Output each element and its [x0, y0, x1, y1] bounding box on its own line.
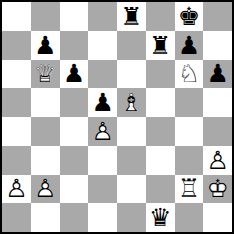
- square-b1[interactable]: [31, 203, 60, 232]
- black-pawn-piece[interactable]: ♟: [203, 60, 232, 89]
- square-b6[interactable]: ♛♕: [31, 60, 60, 89]
- square-h3[interactable]: ♟♙: [203, 146, 232, 175]
- square-h1[interactable]: [203, 203, 232, 232]
- white-piece-outline-layer: ♘: [175, 60, 204, 89]
- square-a1[interactable]: [2, 203, 31, 232]
- chess-board: ♜♚♟♜♟♛♕♟♞♘♟♟♝♗♟♙♟♙♟♙♟♙♜♖♚♔♛: [0, 0, 234, 234]
- square-h4[interactable]: [203, 117, 232, 146]
- white-piece-outline-layer: ♗: [117, 88, 146, 117]
- square-b3[interactable]: [31, 146, 60, 175]
- square-g4[interactable]: [175, 117, 204, 146]
- square-a8[interactable]: [2, 2, 31, 31]
- square-b2[interactable]: ♟♙: [31, 175, 60, 204]
- square-h5[interactable]: [203, 88, 232, 117]
- white-pawn-piece[interactable]: ♟♙: [88, 117, 117, 146]
- square-b7[interactable]: ♟: [31, 31, 60, 60]
- black-queen-piece[interactable]: ♛: [146, 203, 175, 232]
- square-e7[interactable]: [117, 31, 146, 60]
- square-d6[interactable]: [88, 60, 117, 89]
- white-rook-piece[interactable]: ♜♖: [175, 175, 204, 204]
- square-c6[interactable]: ♟: [60, 60, 89, 89]
- white-king-piece[interactable]: ♚♔: [203, 175, 232, 204]
- square-e1[interactable]: [117, 203, 146, 232]
- white-pawn-piece[interactable]: ♟♙: [2, 175, 31, 204]
- white-bishop-piece[interactable]: ♝♗: [117, 88, 146, 117]
- square-e8[interactable]: ♜: [117, 2, 146, 31]
- square-g5[interactable]: [175, 88, 204, 117]
- square-a7[interactable]: [2, 31, 31, 60]
- white-piece-outline-layer: ♕: [31, 60, 60, 89]
- white-piece-outline-layer: ♙: [88, 117, 117, 146]
- square-f5[interactable]: [146, 88, 175, 117]
- square-f7[interactable]: ♜: [146, 31, 175, 60]
- white-piece-outline-layer: ♖: [175, 175, 204, 204]
- square-h2[interactable]: ♚♔: [203, 175, 232, 204]
- white-pawn-piece[interactable]: ♟♙: [203, 146, 232, 175]
- square-f3[interactable]: [146, 146, 175, 175]
- chess-diagram: ♜♚♟♜♟♛♕♟♞♘♟♟♝♗♟♙♟♙♟♙♟♙♜♖♚♔♛: [0, 0, 234, 234]
- square-g7[interactable]: ♟: [175, 31, 204, 60]
- square-f8[interactable]: [146, 2, 175, 31]
- square-e4[interactable]: [117, 117, 146, 146]
- square-a3[interactable]: [2, 146, 31, 175]
- white-piece-outline-layer: ♔: [203, 175, 232, 204]
- black-pawn-piece[interactable]: ♟: [60, 60, 89, 89]
- square-c4[interactable]: [60, 117, 89, 146]
- square-b5[interactable]: [31, 88, 60, 117]
- square-c1[interactable]: [60, 203, 89, 232]
- black-pawn-piece[interactable]: ♟: [88, 88, 117, 117]
- square-c3[interactable]: [60, 146, 89, 175]
- square-f6[interactable]: [146, 60, 175, 89]
- square-d8[interactable]: [88, 2, 117, 31]
- square-d3[interactable]: [88, 146, 117, 175]
- white-piece-outline-layer: ♙: [203, 146, 232, 175]
- square-a4[interactable]: [2, 117, 31, 146]
- square-e6[interactable]: [117, 60, 146, 89]
- square-d2[interactable]: [88, 175, 117, 204]
- square-d5[interactable]: ♟: [88, 88, 117, 117]
- square-f2[interactable]: [146, 175, 175, 204]
- square-g1[interactable]: [175, 203, 204, 232]
- square-b4[interactable]: [31, 117, 60, 146]
- white-knight-piece[interactable]: ♞♘: [175, 60, 204, 89]
- square-g2[interactable]: ♜♖: [175, 175, 204, 204]
- square-d1[interactable]: [88, 203, 117, 232]
- square-c7[interactable]: [60, 31, 89, 60]
- square-h8[interactable]: [203, 2, 232, 31]
- square-a2[interactable]: ♟♙: [2, 175, 31, 204]
- white-pawn-piece[interactable]: ♟♙: [31, 175, 60, 204]
- white-queen-piece[interactable]: ♛♕: [31, 60, 60, 89]
- black-rook-piece[interactable]: ♜: [146, 31, 175, 60]
- square-a6[interactable]: [2, 60, 31, 89]
- black-pawn-piece[interactable]: ♟: [31, 31, 60, 60]
- square-b8[interactable]: [31, 2, 60, 31]
- square-e5[interactable]: ♝♗: [117, 88, 146, 117]
- black-pawn-piece[interactable]: ♟: [175, 31, 204, 60]
- square-g3[interactable]: [175, 146, 204, 175]
- square-d4[interactable]: ♟♙: [88, 117, 117, 146]
- square-c5[interactable]: [60, 88, 89, 117]
- square-h7[interactable]: [203, 31, 232, 60]
- square-g6[interactable]: ♞♘: [175, 60, 204, 89]
- square-c8[interactable]: [60, 2, 89, 31]
- square-e3[interactable]: [117, 146, 146, 175]
- square-g8[interactable]: ♚: [175, 2, 204, 31]
- square-f1[interactable]: ♛: [146, 203, 175, 232]
- square-d7[interactable]: [88, 31, 117, 60]
- white-piece-outline-layer: ♙: [31, 175, 60, 204]
- square-a5[interactable]: [2, 88, 31, 117]
- white-piece-outline-layer: ♙: [2, 175, 31, 204]
- square-h6[interactable]: ♟: [203, 60, 232, 89]
- square-c2[interactable]: [60, 175, 89, 204]
- black-king-piece[interactable]: ♚: [175, 2, 204, 31]
- square-e2[interactable]: [117, 175, 146, 204]
- black-rook-piece[interactable]: ♜: [117, 2, 146, 31]
- square-f4[interactable]: [146, 117, 175, 146]
